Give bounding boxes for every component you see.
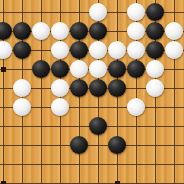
star-point bbox=[1, 181, 6, 184]
black-stone[interactable] bbox=[89, 117, 107, 135]
white-stone[interactable] bbox=[127, 3, 145, 21]
black-stone[interactable] bbox=[89, 22, 107, 40]
black-stone[interactable] bbox=[51, 60, 69, 78]
black-stone[interactable] bbox=[89, 79, 107, 97]
grid-line-horizontal bbox=[0, 164, 184, 165]
white-stone[interactable] bbox=[127, 22, 145, 40]
white-stone[interactable] bbox=[70, 60, 88, 78]
go-board[interactable] bbox=[0, 0, 184, 184]
black-stone[interactable] bbox=[146, 22, 164, 40]
white-stone[interactable] bbox=[51, 98, 69, 116]
black-stone[interactable] bbox=[70, 41, 88, 59]
white-stone[interactable] bbox=[13, 79, 31, 97]
black-stone[interactable] bbox=[13, 41, 31, 59]
white-stone[interactable] bbox=[51, 22, 69, 40]
white-stone[interactable] bbox=[146, 79, 164, 97]
black-stone[interactable] bbox=[127, 60, 145, 78]
black-stone[interactable] bbox=[108, 79, 126, 97]
black-stone[interactable] bbox=[13, 22, 31, 40]
white-stone[interactable] bbox=[0, 41, 12, 59]
white-stone[interactable] bbox=[127, 41, 145, 59]
black-stone[interactable] bbox=[146, 41, 164, 59]
star-point bbox=[1, 67, 6, 72]
white-stone[interactable] bbox=[127, 98, 145, 116]
black-stone[interactable] bbox=[108, 136, 126, 154]
white-stone[interactable] bbox=[165, 22, 183, 40]
black-stone[interactable] bbox=[70, 136, 88, 154]
white-stone[interactable] bbox=[146, 60, 164, 78]
white-stone[interactable] bbox=[32, 22, 50, 40]
black-stone[interactable] bbox=[108, 60, 126, 78]
white-stone[interactable] bbox=[89, 3, 107, 21]
white-stone[interactable] bbox=[165, 41, 183, 59]
white-stone[interactable] bbox=[108, 41, 126, 59]
black-stone[interactable] bbox=[146, 3, 164, 21]
white-stone[interactable] bbox=[51, 41, 69, 59]
white-stone[interactable] bbox=[51, 79, 69, 97]
star-point bbox=[115, 181, 120, 184]
screenshot bbox=[0, 0, 184, 184]
black-stone[interactable] bbox=[32, 60, 50, 78]
black-stone[interactable] bbox=[70, 79, 88, 97]
grid-line-horizontal bbox=[0, 183, 184, 184]
black-stone[interactable] bbox=[70, 22, 88, 40]
white-stone[interactable] bbox=[13, 98, 31, 116]
white-stone[interactable] bbox=[89, 60, 107, 78]
black-stone[interactable] bbox=[0, 22, 12, 40]
white-stone[interactable] bbox=[89, 41, 107, 59]
grid-line-horizontal bbox=[0, 145, 184, 146]
